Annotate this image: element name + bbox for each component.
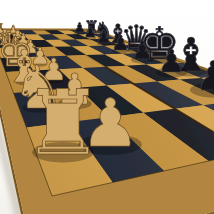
- piece-black-pawn-g7: ♟: [195, 53, 214, 100]
- piece-black-pawn-d7: ♟: [111, 31, 130, 55]
- piece-black-pawn-f7: ♟: [158, 43, 186, 79]
- piece-black-pawn-e7: ♟: [131, 36, 153, 65]
- piece-white-rook-h1: ♜: [23, 70, 104, 175]
- chessboard-photo: ♜♟♟♜♞♟♟♞♝♟♟♝♛♟♟♛♚♟♟♚♝♟♟♝♞♟♟♞♜♟♟♜: [0, 0, 214, 214]
- chess-set-photo: ♜♟♟♜♞♟♟♞♝♟♟♝♛♟♟♛♚♟♟♚♝♟♟♝♞♟♟♞♜♟♟♜: [0, 0, 214, 214]
- piece-black-pawn-c7: ♟: [96, 27, 112, 47]
